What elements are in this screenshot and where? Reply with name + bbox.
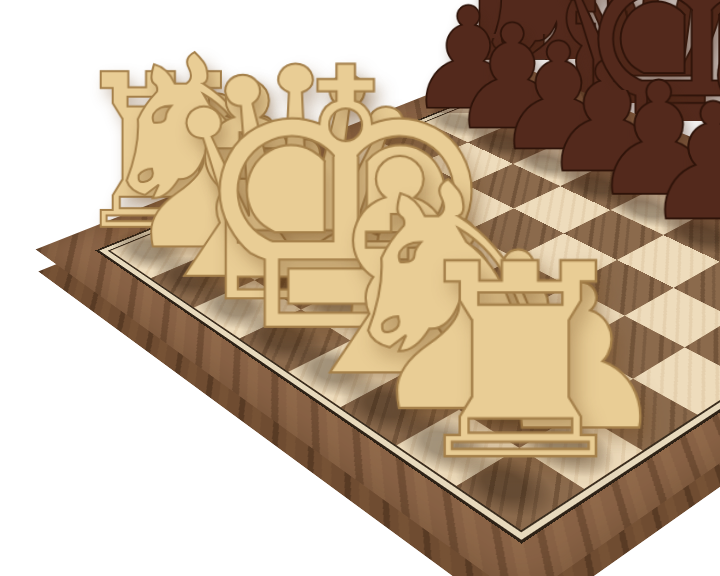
board-grid: ♜♞♝♛♚♝♞♜♟♟♟♟♟♟♟♟♟♟♟♟♟♟♟♟♜♞♝♛♚♝♞♜ [111, 87, 720, 530]
white-rook-glyph: ♜ [400, 229, 641, 498]
black-pawn-glyph: ♟ [697, 105, 720, 271]
chess-board: ♜♞♝♛♚♝♞♜♟♟♟♟♟♟♟♟♟♟♟♟♟♟♟♟♜♞♝♛♚♝♞♜ [111, 87, 720, 530]
chess-photo-viewport: ♜♞♝♛♚♝♞♜♟♟♟♟♟♟♟♟♟♟♟♟♟♟♟♟♜♞♝♛♚♝♞♜ [0, 0, 720, 576]
board-scene: ♜♞♝♛♚♝♞♜♟♟♟♟♟♟♟♟♟♟♟♟♟♟♟♟♜♞♝♛♚♝♞♜ [0, 0, 720, 576]
